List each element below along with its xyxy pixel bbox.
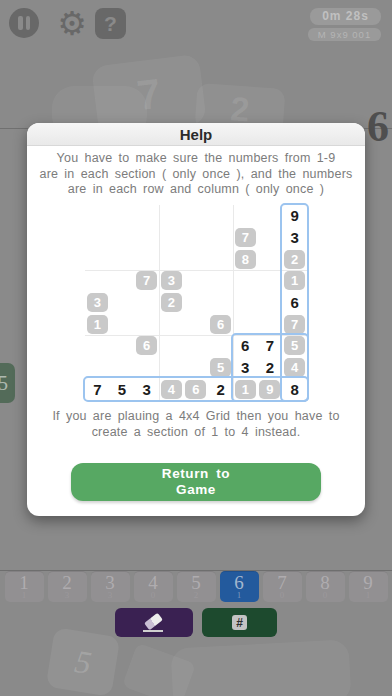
cell-r5c1: 3 <box>85 292 110 314</box>
cell-r5c8 <box>258 292 283 314</box>
section-line <box>159 205 160 400</box>
hint-tile: 3 <box>161 271 182 290</box>
help-text-line: If you are plauing a 4x4 Grid then you h… <box>27 409 365 425</box>
cell-r3c7: 8 <box>233 248 258 270</box>
highlight-section-bottom-right <box>231 333 309 402</box>
numpad-digit: 6 <box>234 574 244 591</box>
cell-r7c5 <box>184 335 209 357</box>
hint-tile: 1 <box>87 315 108 334</box>
numpad-digit: 5 <box>191 574 201 591</box>
cell-r5c3 <box>134 292 159 314</box>
cell-r7c3: 6 <box>134 335 159 357</box>
cell-r2c5 <box>184 227 209 249</box>
numpad-key-7[interactable]: 70 <box>263 571 302 602</box>
numpad-digit: 9 <box>363 574 373 591</box>
hint-tile: 7 <box>136 271 157 290</box>
top-bar: ⚙ ? 0m 28s M 9x9 001 <box>0 0 392 50</box>
hint-tile: 6 <box>136 336 157 355</box>
question-mark-icon: ? <box>104 12 117 36</box>
gear-icon: ⚙ <box>57 4 87 43</box>
sudoku-app-screen: 7 2 6 5 5 ⚙ ? 0m 28s M 9x9 001 Help You … <box>0 0 392 696</box>
numpad-key-6[interactable]: 61 <box>220 571 259 602</box>
numpad-remaining-count: 1 <box>237 591 242 600</box>
hint-tile: 7 <box>235 228 256 247</box>
numpad-digit: 3 <box>105 574 115 591</box>
cell-r4c1 <box>85 270 110 292</box>
hint-tile: 3 <box>87 293 108 312</box>
numpad-key-9[interactable]: 91 <box>349 571 388 602</box>
cell-r6c8 <box>258 313 283 335</box>
cell-r7c4 <box>159 335 184 357</box>
numpad-remaining-count: 0 <box>280 591 285 600</box>
help-text-line: create a section of 1 to 4 instead. <box>27 425 365 441</box>
numpad-remaining-count: 1 <box>366 591 371 600</box>
cell-r6c4 <box>159 313 184 335</box>
hint-tile: 6 <box>210 315 231 334</box>
help-text-line: You have to make sure the numbers from 1… <box>27 151 365 167</box>
numpad-remaining-count: 3 <box>65 591 70 600</box>
settings-button[interactable]: ⚙ <box>55 3 89 43</box>
section-line <box>85 270 307 271</box>
level-badge: M 9x9 001 <box>308 28 381 41</box>
cell-r1c3 <box>134 205 159 227</box>
help-text-4x4: If you are plauing a 4x4 Grid then you h… <box>27 409 365 440</box>
cell-r4c7 <box>233 270 258 292</box>
tool-buttons: # <box>0 608 392 638</box>
pause-button[interactable] <box>9 8 39 38</box>
background-faint-tile <box>170 639 351 696</box>
cell-r8c3 <box>134 357 159 379</box>
cell-r6c5 <box>184 313 209 335</box>
return-button-label: Game <box>176 482 216 499</box>
background-green-tile: 5 <box>0 363 15 403</box>
numpad-key-8[interactable]: 80 <box>306 571 345 602</box>
cell-r1c5 <box>184 205 209 227</box>
cell-r8c6: 5 <box>208 357 233 379</box>
cell-r3c1 <box>85 248 110 270</box>
cell-r7c1 <box>85 335 110 357</box>
cell-r3c2 <box>110 248 135 270</box>
number-pad: 112333405261708091 <box>0 571 392 602</box>
notes-button[interactable]: # <box>202 608 277 637</box>
numpad-digit: 8 <box>320 574 330 591</box>
cell-r8c1 <box>85 357 110 379</box>
help-text-line: are in each row and column ( only once ) <box>27 182 365 198</box>
help-dialog: Help You have to make sure the numbers f… <box>27 123 365 516</box>
numpad-remaining-count: 3 <box>108 591 113 600</box>
numpad-key-4[interactable]: 40 <box>134 571 173 602</box>
cell-r8c5 <box>184 357 209 379</box>
cell-r3c6 <box>208 248 233 270</box>
cell-r4c2 <box>110 270 135 292</box>
cell-r2c6 <box>208 227 233 249</box>
hint-tile: 2 <box>161 293 182 312</box>
return-to-game-button[interactable]: Return to Game <box>71 463 321 501</box>
cell-r6c1: 1 <box>85 313 110 335</box>
cell-r5c6 <box>208 292 233 314</box>
help-text-rules: You have to make sure the numbers from 1… <box>27 151 365 198</box>
dialog-title: Help <box>27 123 365 146</box>
numpad-digit: 7 <box>277 574 287 591</box>
numpad-digit: 1 <box>19 574 29 591</box>
pause-icon <box>18 16 23 30</box>
help-text-line: are in each section ( only once ), and t… <box>27 167 365 183</box>
cell-r2c4 <box>159 227 184 249</box>
cell-r2c8 <box>258 227 283 249</box>
cell-r1c4 <box>159 205 184 227</box>
cell-r7c6 <box>208 335 233 357</box>
cell-r6c3 <box>134 313 159 335</box>
eraser-icon-line <box>143 630 163 632</box>
pause-icon <box>26 16 31 30</box>
numpad-remaining-count: 0 <box>323 591 328 600</box>
cell-r3c8 <box>258 248 283 270</box>
cell-r1c1 <box>85 205 110 227</box>
cell-r2c2 <box>110 227 135 249</box>
faint-digit: 6 <box>367 101 389 152</box>
cell-r3c3 <box>134 248 159 270</box>
cell-r7c2 <box>110 335 135 357</box>
hint-tile: 8 <box>235 250 256 269</box>
cell-r4c3: 7 <box>134 270 159 292</box>
cell-r6c2 <box>110 313 135 335</box>
numpad-digit: 2 <box>62 574 72 591</box>
hash-icon: # <box>232 615 247 630</box>
eraser-icon <box>143 614 165 632</box>
numpad-key-2[interactable]: 23 <box>48 571 87 602</box>
eraser-button[interactable] <box>115 608 193 637</box>
cell-r2c1 <box>85 227 110 249</box>
timer-badge: 0m 28s <box>310 8 381 25</box>
faint-digit: 5 <box>72 642 94 681</box>
help-board: 9738273132616766755324753462198 <box>85 205 307 400</box>
help-button[interactable]: ? <box>95 8 126 39</box>
cell-r4c8 <box>258 270 283 292</box>
cell-r5c4: 2 <box>159 292 184 314</box>
cell-r3c5 <box>184 248 209 270</box>
cell-r2c7: 7 <box>233 227 258 249</box>
background-board-digit: 6 <box>364 101 392 151</box>
numpad-key-5[interactable]: 52 <box>177 571 216 602</box>
return-button-label: Return to <box>162 466 230 483</box>
numpad-remaining-count: 0 <box>151 591 156 600</box>
numpad-remaining-count: 1 <box>22 591 27 600</box>
numpad-digit: 4 <box>148 574 158 591</box>
cell-r5c2 <box>110 292 135 314</box>
cell-r6c7 <box>233 313 258 335</box>
numpad-remaining-count: 2 <box>194 591 199 600</box>
cell-r5c5 <box>184 292 209 314</box>
cell-r1c8 <box>258 205 283 227</box>
cell-r4c6 <box>208 270 233 292</box>
cell-r1c6 <box>208 205 233 227</box>
cell-r8c4 <box>159 357 184 379</box>
cell-r6c6: 6 <box>208 313 233 335</box>
eraser-icon-body <box>144 612 163 630</box>
cell-r8c2 <box>110 357 135 379</box>
cell-r4c4: 3 <box>159 270 184 292</box>
cell-r1c7 <box>233 205 258 227</box>
numpad-key-3[interactable]: 33 <box>91 571 130 602</box>
hint-tile: 5 <box>210 358 231 377</box>
numpad-key-1[interactable]: 11 <box>5 571 44 602</box>
cell-r2c3 <box>134 227 159 249</box>
faint-digit: 5 <box>0 372 8 395</box>
cell-r3c4 <box>159 248 184 270</box>
cell-r5c7 <box>233 292 258 314</box>
cell-r1c2 <box>110 205 135 227</box>
cell-r4c5 <box>184 270 209 292</box>
